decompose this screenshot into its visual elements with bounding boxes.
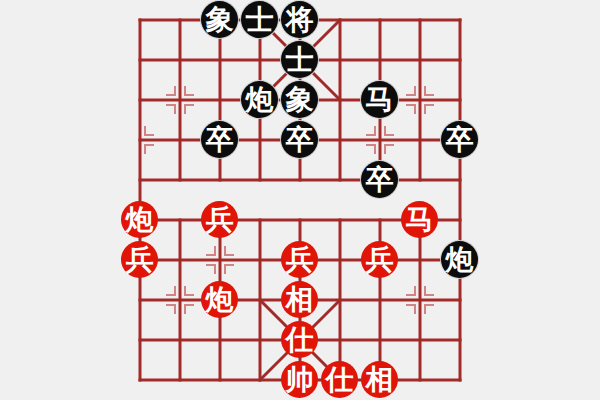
board-point[interactable] bbox=[240, 200, 280, 240]
board-point[interactable]: 卒 bbox=[360, 160, 400, 200]
piece-red-general[interactable]: 帅 bbox=[281, 361, 318, 398]
board-point[interactable] bbox=[240, 280, 280, 320]
board-point[interactable] bbox=[360, 200, 400, 240]
piece-black-advisor[interactable]: 士 bbox=[281, 41, 318, 78]
board-point[interactable] bbox=[400, 320, 440, 360]
board-point[interactable]: 士 bbox=[240, 0, 280, 40]
board-point[interactable] bbox=[120, 280, 160, 320]
board-point[interactable]: 炮 bbox=[440, 240, 480, 280]
piece-black-cannon[interactable]: 炮 bbox=[241, 81, 278, 118]
board-point[interactable] bbox=[280, 160, 320, 200]
board-point[interactable] bbox=[320, 200, 360, 240]
board-point[interactable] bbox=[400, 360, 440, 400]
board-point[interactable]: 相 bbox=[360, 360, 400, 400]
board-point[interactable]: 马 bbox=[400, 200, 440, 240]
board-point[interactable] bbox=[400, 240, 440, 280]
board-point[interactable] bbox=[120, 160, 160, 200]
board-point[interactable] bbox=[440, 360, 480, 400]
board-point[interactable] bbox=[160, 240, 200, 280]
board-point[interactable] bbox=[360, 120, 400, 160]
board-point[interactable] bbox=[160, 280, 200, 320]
board-point[interactable] bbox=[400, 0, 440, 40]
board-point[interactable]: 象 bbox=[280, 80, 320, 120]
board-point[interactable]: 卒 bbox=[440, 120, 480, 160]
board-point[interactable]: 象 bbox=[200, 0, 240, 40]
board-point[interactable]: 兵 bbox=[360, 240, 400, 280]
board-stage: 象士将士炮象马卒卒卒卒炮兵马兵兵兵炮炮相仕帅仕相 bbox=[0, 0, 600, 400]
board-point[interactable] bbox=[440, 80, 480, 120]
board-point[interactable] bbox=[200, 160, 240, 200]
board-point[interactable] bbox=[360, 320, 400, 360]
board-point[interactable] bbox=[320, 240, 360, 280]
point-marker bbox=[360, 120, 400, 160]
piece-black-general[interactable]: 将 bbox=[281, 1, 318, 38]
board-point[interactable] bbox=[200, 80, 240, 120]
point-marker bbox=[160, 80, 200, 120]
board-point[interactable] bbox=[320, 80, 360, 120]
board-point[interactable] bbox=[120, 120, 160, 160]
board-point[interactable] bbox=[360, 0, 400, 40]
piece-black-soldier[interactable]: 卒 bbox=[361, 161, 398, 198]
board-point[interactable]: 仕 bbox=[320, 360, 360, 400]
board-point[interactable] bbox=[400, 80, 440, 120]
board-point[interactable]: 卒 bbox=[200, 120, 240, 160]
piece-black-horse[interactable]: 马 bbox=[361, 81, 398, 118]
board-point[interactable]: 帅 bbox=[280, 360, 320, 400]
piece-red-advisor[interactable]: 仕 bbox=[281, 321, 318, 358]
board-point[interactable] bbox=[320, 120, 360, 160]
board-point[interactable] bbox=[200, 240, 240, 280]
board-point[interactable] bbox=[120, 360, 160, 400]
board-point[interactable] bbox=[120, 320, 160, 360]
board-point[interactable] bbox=[440, 280, 480, 320]
board-point[interactable] bbox=[120, 0, 160, 40]
board-point[interactable] bbox=[240, 360, 280, 400]
board-point[interactable]: 炮 bbox=[120, 200, 160, 240]
piece-red-elephant[interactable]: 相 bbox=[281, 281, 318, 318]
board-point[interactable] bbox=[320, 320, 360, 360]
piece-red-soldier[interactable]: 兵 bbox=[361, 241, 398, 278]
board-point[interactable] bbox=[160, 80, 200, 120]
board-point[interactable] bbox=[400, 120, 440, 160]
board-point[interactable] bbox=[320, 280, 360, 320]
piece-red-cannon[interactable]: 炮 bbox=[121, 201, 158, 238]
piece-black-soldier[interactable]: 卒 bbox=[441, 121, 478, 158]
screenshot-root: { "game": "xiangqi", "board": { "files":… bbox=[0, 0, 600, 400]
board-point[interactable]: 马 bbox=[360, 80, 400, 120]
piece-black-elephant[interactable]: 象 bbox=[201, 1, 238, 38]
board-point[interactable] bbox=[440, 40, 480, 80]
board-point[interactable] bbox=[160, 0, 200, 40]
piece-red-soldier[interactable]: 兵 bbox=[281, 241, 318, 278]
board-point[interactable] bbox=[400, 160, 440, 200]
piece-red-horse[interactable]: 马 bbox=[401, 201, 438, 238]
board-point[interactable] bbox=[200, 360, 240, 400]
board-point[interactable] bbox=[320, 160, 360, 200]
board-point[interactable] bbox=[360, 280, 400, 320]
board-point[interactable] bbox=[240, 240, 280, 280]
board-point[interactable]: 仕 bbox=[280, 320, 320, 360]
board-point[interactable]: 兵 bbox=[200, 200, 240, 240]
piece-black-soldier[interactable]: 卒 bbox=[281, 121, 318, 158]
board-point[interactable] bbox=[360, 40, 400, 80]
xiangqi-board[interactable]: 象士将士炮象马卒卒卒卒炮兵马兵兵兵炮炮相仕帅仕相 bbox=[120, 0, 480, 400]
piece-black-elephant[interactable]: 象 bbox=[281, 81, 318, 118]
board-point[interactable] bbox=[400, 280, 440, 320]
board-point[interactable] bbox=[440, 200, 480, 240]
piece-red-soldier[interactable]: 兵 bbox=[121, 241, 158, 278]
board-point[interactable] bbox=[160, 360, 200, 400]
point-marker bbox=[200, 240, 240, 280]
board-point[interactable] bbox=[160, 120, 200, 160]
piece-red-advisor[interactable]: 仕 bbox=[321, 361, 358, 398]
board-point[interactable] bbox=[240, 40, 280, 80]
piece-red-cannon[interactable]: 炮 bbox=[201, 281, 238, 318]
point-marker bbox=[120, 120, 160, 160]
board-point[interactable] bbox=[320, 40, 360, 80]
board-point[interactable]: 炮 bbox=[200, 280, 240, 320]
board-point[interactable]: 兵 bbox=[280, 240, 320, 280]
board-point[interactable] bbox=[160, 320, 200, 360]
board-point[interactable]: 将 bbox=[280, 0, 320, 40]
board-point[interactable] bbox=[440, 0, 480, 40]
board-point[interactable] bbox=[440, 160, 480, 200]
board-point[interactable] bbox=[280, 200, 320, 240]
piece-black-cannon[interactable]: 炮 bbox=[441, 241, 478, 278]
piece-black-soldier[interactable]: 卒 bbox=[201, 121, 238, 158]
board-point[interactable] bbox=[200, 40, 240, 80]
board-point[interactable] bbox=[400, 40, 440, 80]
board-point[interactable] bbox=[120, 40, 160, 80]
board-point[interactable] bbox=[440, 320, 480, 360]
board-point[interactable] bbox=[120, 80, 160, 120]
point-marker bbox=[400, 280, 440, 320]
board-point[interactable] bbox=[160, 200, 200, 240]
board-point[interactable] bbox=[160, 160, 200, 200]
board-point[interactable] bbox=[240, 120, 280, 160]
board-point[interactable]: 卒 bbox=[280, 120, 320, 160]
board-point[interactable] bbox=[240, 320, 280, 360]
piece-red-soldier[interactable]: 兵 bbox=[201, 201, 238, 238]
board-point[interactable] bbox=[160, 40, 200, 80]
point-marker bbox=[400, 80, 440, 120]
point-marker bbox=[160, 280, 200, 320]
board-point[interactable]: 兵 bbox=[120, 240, 160, 280]
piece-black-advisor[interactable]: 士 bbox=[241, 1, 278, 38]
board-point[interactable] bbox=[240, 160, 280, 200]
board-point[interactable]: 炮 bbox=[240, 80, 280, 120]
board-point[interactable] bbox=[200, 320, 240, 360]
board-point[interactable]: 相 bbox=[280, 280, 320, 320]
board-point[interactable]: 士 bbox=[280, 40, 320, 80]
board-point[interactable] bbox=[320, 0, 360, 40]
piece-red-elephant[interactable]: 相 bbox=[361, 361, 398, 398]
